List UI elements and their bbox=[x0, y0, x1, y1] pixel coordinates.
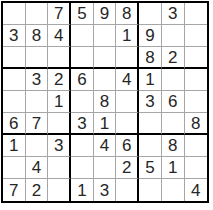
cell-r6c6[interactable] bbox=[116, 113, 139, 135]
cell-r1c5: 9 bbox=[94, 3, 117, 25]
cell-r9c7[interactable] bbox=[139, 179, 162, 201]
cell-r4c5[interactable] bbox=[94, 69, 117, 91]
sudoku-board: 7598338419823264118366731813468425172134 bbox=[1, 1, 209, 203]
cell-r9c9: 4 bbox=[185, 179, 208, 201]
cell-r7c9[interactable] bbox=[185, 135, 208, 157]
cell-r3c1[interactable] bbox=[3, 47, 26, 69]
cell-r3c7: 8 bbox=[139, 47, 162, 69]
cell-r7c5: 4 bbox=[94, 135, 117, 157]
cell-r1c7[interactable] bbox=[139, 3, 162, 25]
cell-r8c1[interactable] bbox=[3, 157, 26, 179]
cell-r2c5[interactable] bbox=[94, 25, 117, 47]
cell-r9c4: 1 bbox=[71, 179, 94, 201]
cell-r7c2[interactable] bbox=[26, 135, 49, 157]
cell-r8c6: 2 bbox=[116, 157, 139, 179]
cell-r8c9[interactable] bbox=[185, 157, 208, 179]
cell-r1c6: 8 bbox=[116, 3, 139, 25]
cell-r5c9[interactable] bbox=[185, 91, 208, 113]
cell-r4c6: 4 bbox=[116, 69, 139, 91]
cell-r6c3[interactable] bbox=[48, 113, 71, 135]
cell-r5c5: 8 bbox=[94, 91, 117, 113]
cell-r2c6: 1 bbox=[116, 25, 139, 47]
cell-r3c4[interactable] bbox=[71, 47, 94, 69]
cell-r2c2: 8 bbox=[26, 25, 49, 47]
cell-r5c7: 3 bbox=[139, 91, 162, 113]
cell-r1c3: 7 bbox=[48, 3, 71, 25]
cell-r9c5: 3 bbox=[94, 179, 117, 201]
cell-r1c8: 3 bbox=[162, 3, 185, 25]
cell-r7c1: 1 bbox=[3, 135, 26, 157]
cell-r8c5[interactable] bbox=[94, 157, 117, 179]
cell-r1c9[interactable] bbox=[185, 3, 208, 25]
cell-r1c2[interactable] bbox=[26, 3, 49, 25]
cell-r5c2[interactable] bbox=[26, 91, 49, 113]
cell-r4c8[interactable] bbox=[162, 69, 185, 91]
cell-r4c1[interactable] bbox=[3, 69, 26, 91]
cell-r9c2: 2 bbox=[26, 179, 49, 201]
cell-r8c2: 4 bbox=[26, 157, 49, 179]
cell-r3c2[interactable] bbox=[26, 47, 49, 69]
cell-r4c2: 3 bbox=[26, 69, 49, 91]
cell-r9c1: 7 bbox=[3, 179, 26, 201]
cell-r5c1[interactable] bbox=[3, 91, 26, 113]
cell-r2c4[interactable] bbox=[71, 25, 94, 47]
cell-r6c9: 8 bbox=[185, 113, 208, 135]
cell-r6c4: 3 bbox=[71, 113, 94, 135]
cell-r4c3: 2 bbox=[48, 69, 71, 91]
cell-r3c3[interactable] bbox=[48, 47, 71, 69]
cell-r4c7: 1 bbox=[139, 69, 162, 91]
cell-r2c8[interactable] bbox=[162, 25, 185, 47]
cell-r2c9[interactable] bbox=[185, 25, 208, 47]
cell-r7c3: 3 bbox=[48, 135, 71, 157]
cell-r4c9[interactable] bbox=[185, 69, 208, 91]
cell-r1c4: 5 bbox=[71, 3, 94, 25]
cell-r5c6[interactable] bbox=[116, 91, 139, 113]
cell-r6c5: 1 bbox=[94, 113, 117, 135]
cell-r9c3[interactable] bbox=[48, 179, 71, 201]
cell-r8c4[interactable] bbox=[71, 157, 94, 179]
cell-r3c9[interactable] bbox=[185, 47, 208, 69]
cell-r2c1: 3 bbox=[3, 25, 26, 47]
cell-r7c8: 8 bbox=[162, 135, 185, 157]
cell-r7c4[interactable] bbox=[71, 135, 94, 157]
cell-r4c4: 6 bbox=[71, 69, 94, 91]
cell-r1c1[interactable] bbox=[3, 3, 26, 25]
cell-r2c7: 9 bbox=[139, 25, 162, 47]
cell-r2c3: 4 bbox=[48, 25, 71, 47]
cell-r7c6: 6 bbox=[116, 135, 139, 157]
cell-r8c8: 1 bbox=[162, 157, 185, 179]
cell-r3c8: 2 bbox=[162, 47, 185, 69]
cell-r8c3[interactable] bbox=[48, 157, 71, 179]
cell-r6c2: 7 bbox=[26, 113, 49, 135]
cell-r9c6[interactable] bbox=[116, 179, 139, 201]
cell-r7c7[interactable] bbox=[139, 135, 162, 157]
cell-r3c5[interactable] bbox=[94, 47, 117, 69]
cell-r3c6[interactable] bbox=[116, 47, 139, 69]
cell-r5c3: 1 bbox=[48, 91, 71, 113]
cell-r6c7[interactable] bbox=[139, 113, 162, 135]
cell-r9c8[interactable] bbox=[162, 179, 185, 201]
cell-r6c1: 6 bbox=[3, 113, 26, 135]
cell-r5c4[interactable] bbox=[71, 91, 94, 113]
cell-r8c7: 5 bbox=[139, 157, 162, 179]
cell-r6c8[interactable] bbox=[162, 113, 185, 135]
cell-r5c8: 6 bbox=[162, 91, 185, 113]
